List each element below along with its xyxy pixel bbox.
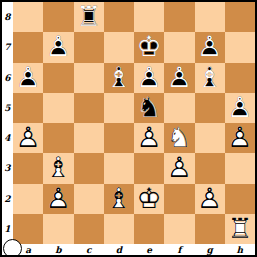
white-rook: ♜♖	[225, 214, 255, 244]
white-pawn: ♟♙	[43, 184, 73, 214]
black-pawn-outline: ♙	[13, 63, 43, 93]
file-label-e: e	[134, 244, 164, 255]
square-b8[interactable]	[43, 2, 73, 32]
square-b7[interactable]: ♟♙	[43, 32, 73, 62]
square-d2[interactable]: ♝♗	[104, 184, 134, 214]
square-f4[interactable]: ♞♘	[164, 123, 194, 153]
square-b3[interactable]: ♝♗	[43, 153, 73, 183]
chess-diagram: 8♜♖7♟♙♚♔♟♙6♟♙♝♗♟♙♟♙♝♗5♞♘♟♙4♟♙♟♙♞♘♟♙3♝♗♟♙…	[0, 0, 257, 257]
square-c2[interactable]	[74, 184, 104, 214]
black-rook-outline: ♖	[74, 2, 104, 32]
square-c7[interactable]	[74, 32, 104, 62]
square-g3[interactable]	[195, 153, 225, 183]
square-d8[interactable]	[104, 2, 134, 32]
black-knight-outline: ♘	[134, 93, 164, 123]
square-a2[interactable]	[13, 184, 43, 214]
square-b6[interactable]	[43, 63, 73, 93]
square-a4[interactable]: ♟♙	[13, 123, 43, 153]
square-c5[interactable]	[74, 93, 104, 123]
square-g2[interactable]: ♟♙	[195, 184, 225, 214]
square-h3[interactable]	[225, 153, 255, 183]
white-pawn-outline: ♙	[195, 184, 225, 214]
rank-label-8: 8	[2, 2, 13, 32]
square-c1[interactable]	[74, 214, 104, 244]
square-h8[interactable]	[225, 2, 255, 32]
square-b2[interactable]: ♟♙	[43, 184, 73, 214]
square-c3[interactable]	[74, 153, 104, 183]
white-pawn: ♟♙	[134, 123, 164, 153]
black-pawn-outline: ♙	[225, 93, 255, 123]
black-pawn-outline: ♙	[43, 32, 73, 62]
square-h2[interactable]	[225, 184, 255, 214]
square-h7[interactable]	[225, 32, 255, 62]
black-pawn-outline: ♙	[164, 63, 194, 93]
square-a7[interactable]	[13, 32, 43, 62]
black-pawn: ♟♙	[43, 32, 73, 62]
white-knight: ♞♘	[164, 123, 194, 153]
black-pawn: ♟♙	[134, 63, 164, 93]
white-pawn: ♟♙	[195, 184, 225, 214]
file-label-b: b	[43, 244, 73, 255]
black-king: ♚♔	[134, 32, 164, 62]
square-c8[interactable]: ♜♖	[74, 2, 104, 32]
square-g8[interactable]	[195, 2, 225, 32]
white-pawn-outline: ♙	[225, 123, 255, 153]
square-d5[interactable]	[104, 93, 134, 123]
square-d6[interactable]: ♝♗	[104, 63, 134, 93]
chess-board: 8♜♖7♟♙♚♔♟♙6♟♙♝♗♟♙♟♙♝♗5♞♘♟♙4♟♙♟♙♞♘♟♙3♝♗♟♙…	[2, 2, 255, 255]
black-bishop-outline: ♗	[104, 63, 134, 93]
square-a5[interactable]	[13, 93, 43, 123]
square-h5[interactable]: ♟♙	[225, 93, 255, 123]
white-bishop: ♝♗	[104, 184, 134, 214]
square-d1[interactable]	[104, 214, 134, 244]
white-pawn: ♟♙	[225, 123, 255, 153]
black-bishop: ♝♗	[195, 63, 225, 93]
square-a6[interactable]: ♟♙	[13, 63, 43, 93]
square-e3[interactable]	[134, 153, 164, 183]
square-e5[interactable]: ♞♘	[134, 93, 164, 123]
square-d3[interactable]	[104, 153, 134, 183]
white-pawn-outline: ♙	[13, 123, 43, 153]
square-f8[interactable]	[164, 2, 194, 32]
square-h4[interactable]: ♟♙	[225, 123, 255, 153]
square-d4[interactable]	[104, 123, 134, 153]
square-h1[interactable]: ♜♖	[225, 214, 255, 244]
black-pawn-outline: ♙	[195, 32, 225, 62]
white-to-move-indicator	[3, 239, 22, 257]
square-h6[interactable]	[225, 63, 255, 93]
rank-label-5: 5	[2, 93, 13, 123]
square-c6[interactable]	[74, 63, 104, 93]
white-king: ♚♔	[134, 184, 164, 214]
white-pawn: ♟♙	[13, 123, 43, 153]
white-rook-outline: ♖	[225, 214, 255, 244]
rank-label-4: 4	[2, 123, 13, 153]
square-f2[interactable]	[164, 184, 194, 214]
white-bishop: ♝♗	[43, 153, 73, 183]
white-pawn-outline: ♙	[134, 123, 164, 153]
square-f1[interactable]	[164, 214, 194, 244]
square-e6[interactable]: ♟♙	[134, 63, 164, 93]
black-knight: ♞♘	[134, 93, 164, 123]
square-b5[interactable]	[43, 93, 73, 123]
square-f7[interactable]	[164, 32, 194, 62]
square-a8[interactable]	[13, 2, 43, 32]
square-f5[interactable]	[164, 93, 194, 123]
square-e7[interactable]: ♚♔	[134, 32, 164, 62]
white-pawn-outline: ♙	[164, 153, 194, 183]
square-g4[interactable]	[195, 123, 225, 153]
white-pawn: ♟♙	[164, 153, 194, 183]
square-b1[interactable]	[43, 214, 73, 244]
square-f3[interactable]: ♟♙	[164, 153, 194, 183]
white-pawn-outline: ♙	[43, 184, 73, 214]
square-e1[interactable]	[134, 214, 164, 244]
square-g6[interactable]: ♝♗	[195, 63, 225, 93]
square-e2[interactable]: ♚♔	[134, 184, 164, 214]
square-b4[interactable]	[43, 123, 73, 153]
white-bishop-outline: ♗	[104, 184, 134, 214]
square-g7[interactable]: ♟♙	[195, 32, 225, 62]
square-e8[interactable]	[134, 2, 164, 32]
file-label-d: d	[104, 244, 134, 255]
white-king-outline: ♔	[134, 184, 164, 214]
file-label-c: c	[74, 244, 104, 255]
black-bishop: ♝♗	[104, 63, 134, 93]
rank-label-7: 7	[2, 32, 13, 62]
rank-label-3: 3	[2, 153, 13, 183]
square-e4[interactable]: ♟♙	[134, 123, 164, 153]
square-a3[interactable]	[13, 153, 43, 183]
black-pawn: ♟♙	[164, 63, 194, 93]
white-knight-outline: ♘	[164, 123, 194, 153]
file-label-g: g	[195, 244, 225, 255]
black-pawn: ♟♙	[13, 63, 43, 93]
square-g1[interactable]	[195, 214, 225, 244]
rank-label-2: 2	[2, 184, 13, 214]
square-d7[interactable]	[104, 32, 134, 62]
black-pawn: ♟♙	[195, 32, 225, 62]
file-label-f: f	[164, 244, 194, 255]
rank-label-6: 6	[2, 63, 13, 93]
black-bishop-outline: ♗	[195, 63, 225, 93]
black-pawn: ♟♙	[225, 93, 255, 123]
square-f6[interactable]: ♟♙	[164, 63, 194, 93]
black-rook: ♜♖	[74, 2, 104, 32]
black-pawn-outline: ♙	[134, 63, 164, 93]
black-king-outline: ♔	[134, 32, 164, 62]
square-c4[interactable]	[74, 123, 104, 153]
file-label-h: h	[225, 244, 255, 255]
white-bishop-outline: ♗	[43, 153, 73, 183]
square-g5[interactable]	[195, 93, 225, 123]
